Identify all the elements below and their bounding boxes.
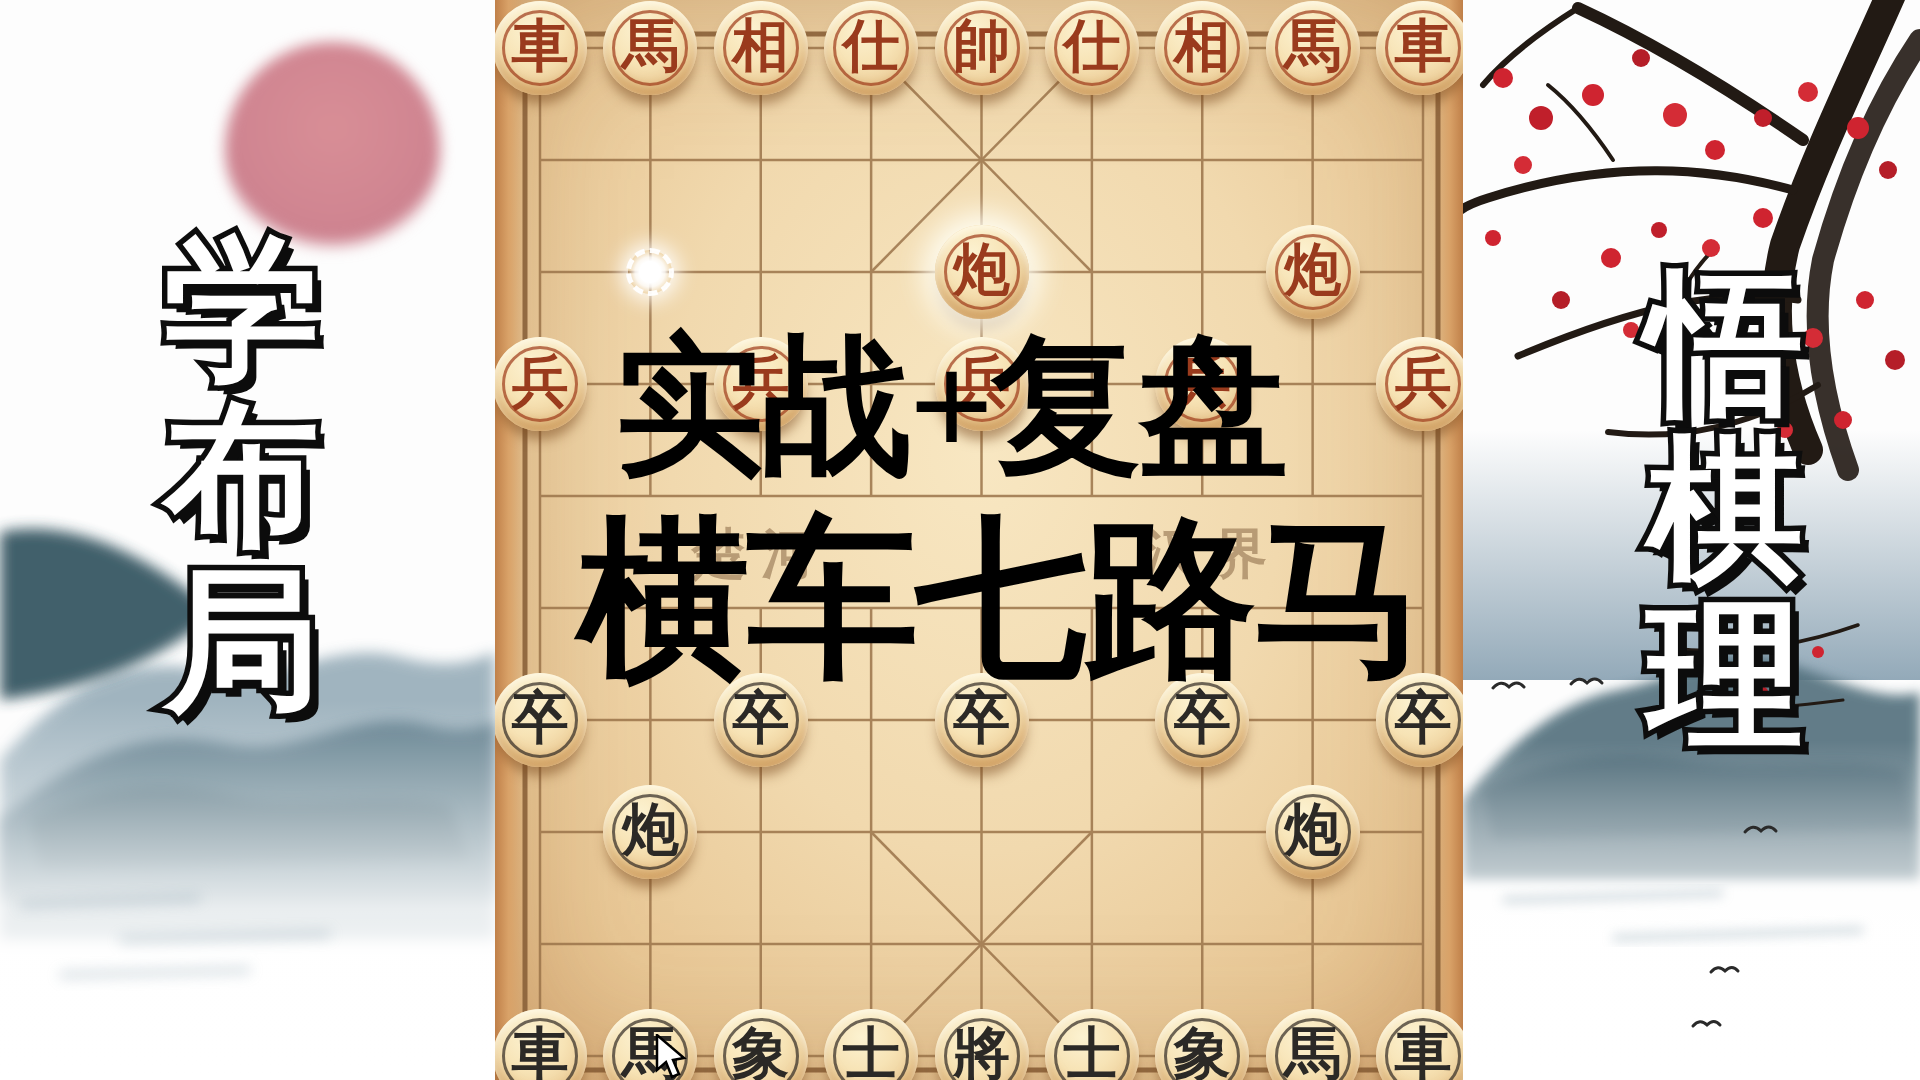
mouse-cursor [655,1034,689,1080]
title-overlay-line2: 横车七路马 [578,485,1423,717]
piece-character: 相 [1174,8,1231,85]
thumbnail-stage: 学 布 局 [0,0,1920,1080]
piece-red-file1-rank1[interactable]: 車 [495,1,587,95]
piece-character: 相 [732,8,789,85]
banner-understand-chess: 悟 棋 理 [1605,262,1845,757]
piece-black-file8-rank8[interactable]: 炮 [1266,785,1360,879]
piece-red-file7-rank1[interactable]: 相 [1155,1,1249,95]
piece-character: 馬 [1284,8,1341,85]
title-overlay-line1: 实战+复盘 [615,307,1285,509]
piece-character: 兵 [512,344,569,421]
piece-red-file4-rank1[interactable]: 仕 [824,1,918,95]
xiangqi-board-panel[interactable]: 楚河 汉界 車馬相仕帥仕相馬車炮炮兵兵兵兵兵卒卒卒卒卒炮炮車馬象士將士象馬車 实… [495,0,1463,1080]
banner-char: 理 [1647,594,1803,756]
piece-red-file1-rank4[interactable]: 兵 [495,337,587,431]
banner-char: 棋 [1647,428,1803,590]
banner-char: 局 [164,560,320,722]
banner-char: 布 [164,394,320,556]
piece-black-file1-rank7[interactable]: 卒 [495,673,587,767]
piece-character: 車 [1395,1016,1452,1080]
piece-character: 炮 [1284,232,1341,309]
piece-character: 卒 [512,680,569,757]
piece-red-file9-rank1[interactable]: 車 [1376,1,1463,95]
piece-red-file9-rank4[interactable]: 兵 [1376,337,1463,431]
piece-character: 炮 [953,232,1010,309]
piece-character: 象 [1174,1016,1231,1080]
piece-red-file8-rank3[interactable]: 炮 [1266,225,1360,319]
banner-learn-opening: 学 布 局 [122,228,362,723]
piece-red-file8-rank1[interactable]: 馬 [1266,1,1360,95]
right-ink-panel: 悟 棋 理 [1463,0,1920,1080]
last-move-origin-marker [628,250,672,294]
piece-red-file2-rank1[interactable]: 馬 [603,1,697,95]
piece-red-file5-rank3[interactable]: 炮 [935,225,1029,319]
piece-red-file3-rank1[interactable]: 相 [714,1,808,95]
piece-character: 士 [843,1016,900,1080]
piece-red-file5-rank1[interactable]: 帥 [935,1,1029,95]
piece-character: 炮 [622,792,679,869]
piece-character: 仕 [843,8,900,85]
piece-character: 將 [953,1016,1010,1080]
piece-character: 帥 [953,8,1010,85]
piece-character: 象 [732,1016,789,1080]
left-ink-panel: 学 布 局 [0,0,495,1080]
piece-character: 車 [1395,8,1452,85]
piece-character: 馬 [622,8,679,85]
banner-char: 学 [164,228,320,390]
piece-red-file6-rank1[interactable]: 仕 [1045,1,1139,95]
piece-character: 車 [512,8,569,85]
piece-character: 車 [512,1016,569,1080]
piece-character: 兵 [1395,344,1452,421]
piece-character: 仕 [1063,8,1120,85]
banner-char: 悟 [1647,262,1803,424]
piece-character: 士 [1063,1016,1120,1080]
piece-black-file2-rank8[interactable]: 炮 [603,785,697,879]
piece-character: 馬 [1284,1016,1341,1080]
piece-character: 炮 [1284,792,1341,869]
